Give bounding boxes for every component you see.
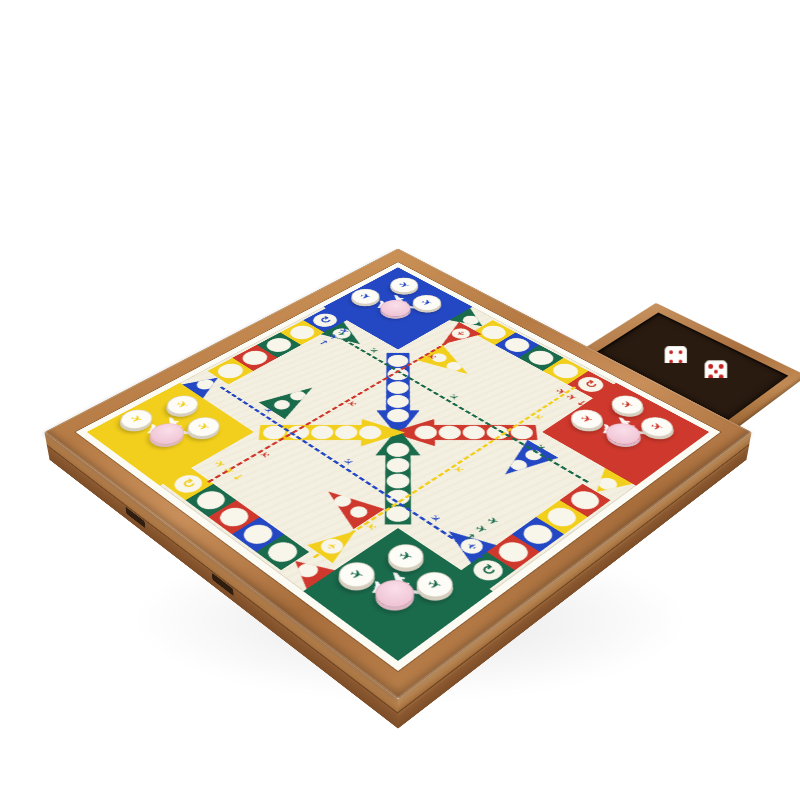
die-front-face [665,365,686,374]
fighter-jet-icon: ✈ [324,541,340,552]
track-cell-blue [512,517,564,552]
arrow-circle [311,425,334,439]
curved-arrow-icon: ↻ [581,379,601,391]
die-pip [719,375,723,379]
small-airplane-icon: ✈ [555,387,568,396]
fighter-jet-icon: ✈ [420,298,434,307]
arrow-circle [387,458,410,472]
airplane-icon: ✈ [362,564,432,620]
fighter-jet-icon: ✈ [454,330,467,337]
small-airplane-icon: ✈ [368,348,379,353]
arrow-circle [415,425,437,439]
curved-arrow-icon: ↻ [316,315,335,325]
piece-green-2[interactable]: ✈ [331,557,382,592]
track-circle [213,361,248,381]
arrow-circle [387,409,409,422]
shortcut-line-blue [220,386,484,558]
corner-wedge-br [313,482,385,529]
airplane-icon: ✈ [597,411,653,454]
wedge-circle [331,493,355,509]
small-airplane-icon: ✈ [448,394,460,400]
track-cell-red [560,484,611,517]
corner-wedge-tr [490,440,559,484]
arrow-circle [387,381,408,394]
runway-jets-green: ✈✈↑ [461,515,502,543]
arrow-circle [359,425,381,439]
small-airplane-icon: ✈ [259,451,270,459]
arrow-circle [386,506,410,521]
arrow-circle [386,489,409,504]
track-cell-blue [232,517,284,552]
small-airplane-icon: ✈ [327,333,340,341]
track-cell-yellow [536,500,588,534]
corner-wedge-tl [417,345,481,382]
small-airplane-icon: ✈ [427,354,437,360]
small-airplane-icon: ✈ [453,465,464,473]
small-airplane-icon: ✈ [366,522,377,531]
curved-arrow-icon: ↻ [177,477,199,491]
start-cell-green: ↻ [461,552,515,589]
wedge-circle [287,389,309,402]
small-airplane-icon: ✈ [533,413,544,420]
track-cell-yellow [583,468,633,500]
die-pip [718,383,721,386]
start-cell-yellow: ↻ [163,468,213,500]
die-pip [669,350,673,354]
piece-green-3[interactable]: ✈ [409,567,460,603]
small-airplane-icon: ✈ [347,400,357,407]
small-airplane-icon: ✈ [212,459,227,469]
die-pip [709,364,713,368]
jet-cell-circle: ✈ [456,536,487,557]
pink-marker-green[interactable] [367,575,422,613]
jet-cell-yellow: ✈ [307,523,368,564]
arrow-circle [387,395,409,408]
track-circle [518,521,558,548]
product-photo: ✈✈✈✈✈✈✈✈✈✈✈✈✈✈✈✈↻↻↻↻✈✈✈✈✈✈✈✈✈✈✈✈✈✈✈✈✈✈↑✈… [0,0,800,800]
die-pip [668,368,671,371]
track-cell-green [185,484,236,517]
small-airplane-icon: ✈ [474,524,489,535]
track-circle [262,538,303,566]
home-arrow-green [374,428,421,525]
die-pip [719,364,723,368]
track-circle [238,521,278,548]
track-circle [594,475,621,492]
track-cell-red [487,534,540,570]
track-circle [566,488,605,513]
die-top-face [665,346,688,369]
fighter-jet-icon: ✈ [195,421,212,432]
track-cell-red [208,500,260,534]
small-airplane-icon: ✈ [262,407,274,413]
track-circle [191,488,230,513]
fighter-jet-icon: ✈ [426,578,444,592]
arrow-circle [335,425,358,439]
arrow-circle [439,425,462,439]
runway-jets-yellow: ✈✈↓ [211,459,247,483]
track-circle: ↻ [468,556,509,584]
fighter-jet-icon: ✈ [620,400,634,410]
jet-cell-blue: ✈ [436,523,497,564]
fighter-jet-icon: ✈ [579,414,594,425]
arrow-circle [386,473,409,488]
fighter-jet-icon: ✈ [397,281,411,289]
wedge-circle [522,448,545,462]
fighter-jet-icon: ✈ [650,421,664,432]
wedge-circle [347,504,371,520]
arrow-circle [462,425,485,439]
track-circle [294,560,322,580]
small-airplane-icon: ✈ [486,516,500,527]
die-pip [669,359,673,363]
hangar-green: ✈ [303,528,493,661]
wedge-circle [507,458,530,473]
track-circle [493,538,534,566]
track-circle: ↻ [169,472,207,497]
track-circle [214,504,253,530]
small-airplane-icon: ✈ [222,466,237,476]
small-airplane-icon: ✈ [534,444,547,450]
track-cell-red [281,552,335,589]
die-2[interactable] [704,360,729,392]
small-airplane-icon: ✈ [429,515,442,522]
track-circle [542,504,581,530]
fighter-jet-icon: ✈ [358,292,372,301]
die-pip [714,370,718,374]
small-airplane-icon: ✈ [342,459,355,466]
arrow-circle [486,425,509,439]
die-top-face [704,360,727,383]
die-pip [678,359,682,363]
runway-arrow-icon: ↓ [230,472,246,482]
die-front-face [705,380,726,390]
track-circle [193,377,217,391]
die-pip [680,368,683,371]
home-arrow-blue [376,352,420,436]
die-1[interactable] [664,346,688,378]
fighter-jet-icon: ✈ [397,550,415,563]
die-pip [709,375,713,379]
wedge-circle [443,360,464,372]
piece-green-1[interactable]: ✈ [381,539,431,573]
fighter-jet-icon: ✈ [174,400,191,410]
jet-cell-circle: ✈ [317,536,348,557]
fighter-jet-icon: ✈ [464,541,480,552]
fighter-jet-icon: ✈ [128,414,145,425]
jet-cell-circle: ✈ [448,326,474,341]
runway-arrow-icon: ↑ [462,531,479,542]
small-airplane-icon: ✈ [565,393,578,402]
die-pip [674,368,677,371]
die-pip [678,350,682,354]
fighter-jet-icon: ✈ [348,568,366,582]
track-cell-green [256,534,309,570]
home-arrow-yellow [258,419,406,446]
curved-arrow-icon: ↻ [477,562,500,578]
die-pip [711,383,714,386]
arrow-circle [387,442,409,456]
